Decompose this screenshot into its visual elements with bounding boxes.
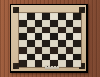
square-e2[interactable] [50,54,58,61]
square-a8[interactable] [19,13,27,20]
square-f3[interactable] [58,47,66,54]
corner-inlay-top-left [13,7,19,13]
square-b7[interactable] [27,20,35,27]
maker-plaque [45,66,59,69]
square-b1[interactable] [27,60,35,67]
square-h8[interactable] [73,13,81,20]
square-h3[interactable] [73,47,81,54]
corner-inlay-bottom-left [13,63,19,69]
square-g6[interactable] [66,27,74,34]
square-h4[interactable] [73,40,81,47]
square-e4[interactable] [50,40,58,47]
chessboard [10,4,88,73]
square-h6[interactable] [73,27,81,34]
square-d5[interactable] [42,33,50,40]
square-c8[interactable] [35,13,43,20]
corner-inlay-top-right [79,7,85,13]
square-f4[interactable] [58,40,66,47]
board-grid [19,13,81,67]
square-f2[interactable] [58,54,66,61]
square-c7[interactable] [35,20,43,27]
square-c6[interactable] [35,27,43,34]
photo-scene [0,0,100,77]
square-h1[interactable] [73,60,81,67]
square-c5[interactable] [35,33,43,40]
square-d2[interactable] [42,54,50,61]
square-f7[interactable] [58,20,66,27]
square-b6[interactable] [27,27,35,34]
square-e7[interactable] [50,20,58,27]
square-g4[interactable] [66,40,74,47]
square-g8[interactable] [66,13,74,20]
square-a1[interactable] [19,60,27,67]
square-b3[interactable] [27,47,35,54]
square-h7[interactable] [73,20,81,27]
square-g7[interactable] [66,20,74,27]
square-c4[interactable] [35,40,43,47]
square-a3[interactable] [19,47,27,54]
square-a6[interactable] [19,27,27,34]
square-e6[interactable] [50,27,58,34]
square-h5[interactable] [73,33,81,40]
square-e3[interactable] [50,47,58,54]
square-d3[interactable] [42,47,50,54]
square-b5[interactable] [27,33,35,40]
square-e8[interactable] [50,13,58,20]
square-b4[interactable] [27,40,35,47]
square-c1[interactable] [35,60,43,67]
square-d4[interactable] [42,40,50,47]
square-b8[interactable] [27,13,35,20]
square-g2[interactable] [66,54,74,61]
square-d6[interactable] [42,27,50,34]
square-b2[interactable] [27,54,35,61]
square-a2[interactable] [19,54,27,61]
square-a5[interactable] [19,33,27,40]
square-g1[interactable] [66,60,74,67]
square-e5[interactable] [50,33,58,40]
square-c3[interactable] [35,47,43,54]
square-f5[interactable] [58,33,66,40]
square-f6[interactable] [58,27,66,34]
square-d7[interactable] [42,20,50,27]
square-a7[interactable] [19,20,27,27]
square-h2[interactable] [73,54,81,61]
square-g3[interactable] [66,47,74,54]
square-g5[interactable] [66,33,74,40]
square-c2[interactable] [35,54,43,61]
square-a4[interactable] [19,40,27,47]
square-f8[interactable] [58,13,66,20]
square-d8[interactable] [42,13,50,20]
